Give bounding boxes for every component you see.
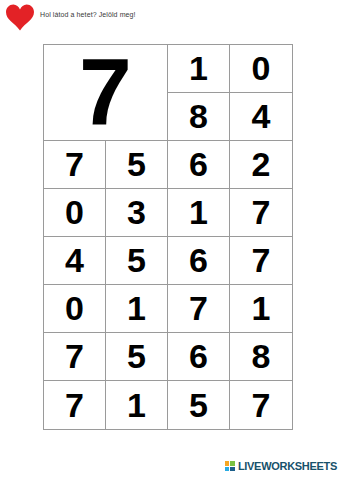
- heart-icon: [6, 4, 34, 31]
- header-cell-r1-c2[interactable]: 0: [230, 45, 292, 93]
- grid-cell-r5-c3[interactable]: 6: [168, 333, 230, 381]
- grid-cell-r6-c3[interactable]: 5: [168, 381, 230, 429]
- target-number-cell: 7: [44, 45, 168, 141]
- grid-cell-r4-c2[interactable]: 1: [106, 285, 168, 333]
- header-cell-r2-c1[interactable]: 8: [168, 93, 230, 141]
- grid-cell-r2-c3[interactable]: 1: [168, 189, 230, 237]
- liveworksheets-wordmark: LIVEWORKSHEETS: [238, 460, 337, 472]
- grid-cell-r1-c1[interactable]: 7: [44, 141, 106, 189]
- number-board: 71084756203174567017175687157: [43, 44, 293, 430]
- grid-cell-r3-c2[interactable]: 5: [106, 237, 168, 285]
- grid-cell-r3-c1[interactable]: 4: [44, 237, 106, 285]
- liveworksheets-logo[interactable]: LIVEWORKSHEETS: [225, 460, 337, 472]
- logo-square-green: [230, 461, 235, 466]
- logo-square-orange: [225, 461, 230, 466]
- grid-cell-r3-c4[interactable]: 7: [230, 237, 292, 285]
- grid-cell-r3-c3[interactable]: 6: [168, 237, 230, 285]
- grid-cell-r4-c1[interactable]: 0: [44, 285, 106, 333]
- grid-cell-r5-c1[interactable]: 7: [44, 333, 106, 381]
- liveworksheets-icon: [225, 461, 235, 471]
- grid-cell-r1-c3[interactable]: 6: [168, 141, 230, 189]
- grid-cell-r2-c1[interactable]: 0: [44, 189, 106, 237]
- grid-cell-r5-c4[interactable]: 8: [230, 333, 292, 381]
- header-cell-r1-c1[interactable]: 1: [168, 45, 230, 93]
- grid-cell-r6-c2[interactable]: 1: [106, 381, 168, 429]
- grid-cell-r2-c2[interactable]: 3: [106, 189, 168, 237]
- grid-cell-r1-c4[interactable]: 2: [230, 141, 292, 189]
- grid-cell-r6-c4[interactable]: 7: [230, 381, 292, 429]
- grid-cell-r6-c1[interactable]: 7: [44, 381, 106, 429]
- grid-cell-r1-c2[interactable]: 5: [106, 141, 168, 189]
- header-cell-r2-c2[interactable]: 4: [230, 93, 292, 141]
- worksheet-page: Hol látod a hetet? Jelöld meg! 710847562…: [0, 0, 340, 480]
- grid-cell-r5-c2[interactable]: 5: [106, 333, 168, 381]
- grid-cell-r4-c3[interactable]: 7: [168, 285, 230, 333]
- logo-square-darkblue: [230, 467, 235, 472]
- heart-shape: [6, 5, 34, 31]
- grid-cell-r2-c4[interactable]: 7: [230, 189, 292, 237]
- logo-square-blue: [225, 467, 230, 472]
- instruction-text: Hol látod a hetet? Jelöld meg!: [40, 11, 136, 18]
- grid-cell-r4-c4[interactable]: 1: [230, 285, 292, 333]
